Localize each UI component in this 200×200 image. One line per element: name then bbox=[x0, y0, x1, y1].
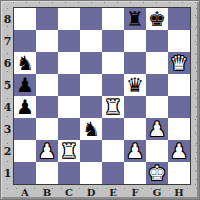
square-h8[interactable] bbox=[168, 8, 190, 30]
square-d6[interactable] bbox=[80, 52, 102, 74]
square-b6[interactable] bbox=[36, 52, 58, 74]
square-b2[interactable]: ♟ bbox=[36, 140, 58, 162]
black-knight[interactable]: ♞ bbox=[16, 52, 34, 74]
white-queen[interactable]: ♛ bbox=[170, 52, 188, 74]
black-knight[interactable]: ♞ bbox=[82, 118, 100, 140]
file-label: F bbox=[124, 186, 146, 199]
square-b1[interactable] bbox=[36, 162, 58, 184]
square-e8[interactable] bbox=[102, 8, 124, 30]
square-d2[interactable] bbox=[80, 140, 102, 162]
square-f1[interactable] bbox=[124, 162, 146, 184]
square-e1[interactable] bbox=[102, 162, 124, 184]
rank-label: 5 bbox=[2, 74, 13, 96]
square-g6[interactable] bbox=[146, 52, 168, 74]
file-label: D bbox=[80, 186, 102, 199]
file-label: G bbox=[146, 186, 168, 199]
square-h4[interactable] bbox=[168, 96, 190, 118]
square-e2[interactable] bbox=[102, 140, 124, 162]
square-b3[interactable] bbox=[36, 118, 58, 140]
black-queen[interactable]: ♛ bbox=[126, 74, 144, 96]
rank-labels: 87654321 bbox=[2, 8, 13, 184]
square-g1[interactable]: ♚ bbox=[146, 162, 168, 184]
square-f4[interactable] bbox=[124, 96, 146, 118]
rank-label: 7 bbox=[2, 30, 13, 52]
white-pawn[interactable]: ♟ bbox=[38, 140, 56, 162]
black-pawn[interactable]: ♟ bbox=[16, 96, 34, 118]
rank-label: 8 bbox=[2, 8, 13, 30]
square-a3[interactable] bbox=[14, 118, 36, 140]
square-f7[interactable] bbox=[124, 30, 146, 52]
square-h1[interactable] bbox=[168, 162, 190, 184]
file-label: A bbox=[14, 186, 36, 199]
file-label: H bbox=[168, 186, 190, 199]
square-c1[interactable] bbox=[58, 162, 80, 184]
file-labels: ABCDEFGH bbox=[14, 186, 190, 199]
rank-label: 2 bbox=[2, 140, 13, 162]
rank-label: 1 bbox=[2, 162, 13, 184]
square-d7[interactable] bbox=[80, 30, 102, 52]
square-a4[interactable]: ♟ bbox=[14, 96, 36, 118]
square-h7[interactable] bbox=[168, 30, 190, 52]
white-pawn[interactable]: ♟ bbox=[126, 140, 144, 162]
white-king[interactable]: ♚ bbox=[148, 162, 166, 184]
square-g8[interactable]: ♚ bbox=[146, 8, 168, 30]
board[interactable]: ♜♚♞♛♟♛♟♜♞♟♟♜♟♟♚ bbox=[13, 7, 191, 185]
square-e7[interactable] bbox=[102, 30, 124, 52]
square-a5[interactable]: ♟ bbox=[14, 74, 36, 96]
square-f2[interactable]: ♟ bbox=[124, 140, 146, 162]
square-a2[interactable] bbox=[14, 140, 36, 162]
square-h6[interactable]: ♛ bbox=[168, 52, 190, 74]
square-f6[interactable] bbox=[124, 52, 146, 74]
square-c2[interactable]: ♜ bbox=[58, 140, 80, 162]
square-e3[interactable] bbox=[102, 118, 124, 140]
square-g4[interactable] bbox=[146, 96, 168, 118]
square-c4[interactable] bbox=[58, 96, 80, 118]
square-c3[interactable] bbox=[58, 118, 80, 140]
white-pawn[interactable]: ♟ bbox=[170, 140, 188, 162]
square-c5[interactable] bbox=[58, 74, 80, 96]
square-e6[interactable] bbox=[102, 52, 124, 74]
square-d3[interactable]: ♞ bbox=[80, 118, 102, 140]
square-g7[interactable] bbox=[146, 30, 168, 52]
square-b4[interactable] bbox=[36, 96, 58, 118]
file-label: B bbox=[36, 186, 58, 199]
black-rook[interactable]: ♜ bbox=[126, 8, 144, 30]
white-rook[interactable]: ♜ bbox=[60, 140, 78, 162]
square-c6[interactable] bbox=[58, 52, 80, 74]
rank-label: 3 bbox=[2, 118, 13, 140]
square-d8[interactable] bbox=[80, 8, 102, 30]
white-rook[interactable]: ♜ bbox=[104, 96, 122, 118]
square-a1[interactable] bbox=[14, 162, 36, 184]
square-a8[interactable] bbox=[14, 8, 36, 30]
square-e4[interactable]: ♜ bbox=[102, 96, 124, 118]
square-b8[interactable] bbox=[36, 8, 58, 30]
square-g5[interactable] bbox=[146, 74, 168, 96]
square-e5[interactable] bbox=[102, 74, 124, 96]
square-f5[interactable]: ♛ bbox=[124, 74, 146, 96]
square-h2[interactable]: ♟ bbox=[168, 140, 190, 162]
square-a6[interactable]: ♞ bbox=[14, 52, 36, 74]
white-pawn[interactable]: ♟ bbox=[148, 118, 166, 140]
square-f8[interactable]: ♜ bbox=[124, 8, 146, 30]
black-pawn[interactable]: ♟ bbox=[16, 74, 34, 96]
square-b7[interactable] bbox=[36, 30, 58, 52]
square-g3[interactable]: ♟ bbox=[146, 118, 168, 140]
square-d1[interactable] bbox=[80, 162, 102, 184]
square-d5[interactable] bbox=[80, 74, 102, 96]
square-g2[interactable] bbox=[146, 140, 168, 162]
square-a7[interactable] bbox=[14, 30, 36, 52]
square-c8[interactable] bbox=[58, 8, 80, 30]
square-f3[interactable] bbox=[124, 118, 146, 140]
square-d4[interactable] bbox=[80, 96, 102, 118]
black-king[interactable]: ♚ bbox=[148, 8, 166, 30]
file-label: C bbox=[58, 186, 80, 199]
square-h5[interactable] bbox=[168, 74, 190, 96]
file-label: E bbox=[102, 186, 124, 199]
square-c7[interactable] bbox=[58, 30, 80, 52]
rank-label: 6 bbox=[2, 52, 13, 74]
square-b5[interactable] bbox=[36, 74, 58, 96]
board-frame: 87654321 ♜♚♞♛♟♛♟♜♞♟♟♜♟♟♚ ABCDEFGH bbox=[0, 0, 200, 200]
rank-label: 4 bbox=[2, 96, 13, 118]
square-h3[interactable] bbox=[168, 118, 190, 140]
